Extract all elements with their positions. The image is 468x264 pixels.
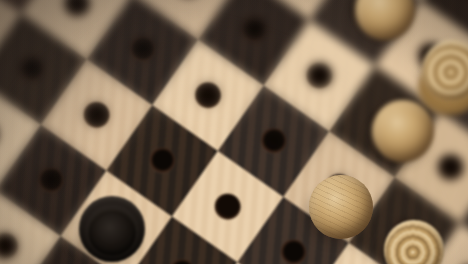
peg-hole bbox=[432, 149, 468, 185]
chessboard-photo-scene bbox=[0, 0, 468, 264]
peg-hole bbox=[13, 51, 49, 87]
peg-hole bbox=[164, 254, 200, 264]
peg-hole bbox=[0, 228, 23, 264]
white-pawn[interactable] bbox=[309, 175, 373, 239]
peg-hole bbox=[301, 57, 337, 93]
peg-hole bbox=[459, 0, 468, 9]
peg-hole bbox=[209, 189, 245, 225]
peg-hole bbox=[124, 31, 160, 67]
peg-hole bbox=[144, 143, 180, 179]
black-piece-dome-top bbox=[88, 208, 136, 256]
peg-hole bbox=[0, 116, 3, 152]
peg-hole bbox=[275, 234, 311, 264]
peg-hole bbox=[33, 162, 69, 198]
peg-hole bbox=[59, 0, 95, 22]
peg-hole bbox=[255, 123, 291, 159]
peg-hole bbox=[170, 0, 206, 2]
peg-hole bbox=[452, 261, 468, 264]
peg-hole bbox=[236, 12, 272, 48]
white-pawn[interactable] bbox=[372, 100, 434, 162]
peg-hole bbox=[190, 77, 226, 113]
peg-hole bbox=[78, 97, 114, 133]
black-pawn[interactable] bbox=[79, 196, 145, 262]
